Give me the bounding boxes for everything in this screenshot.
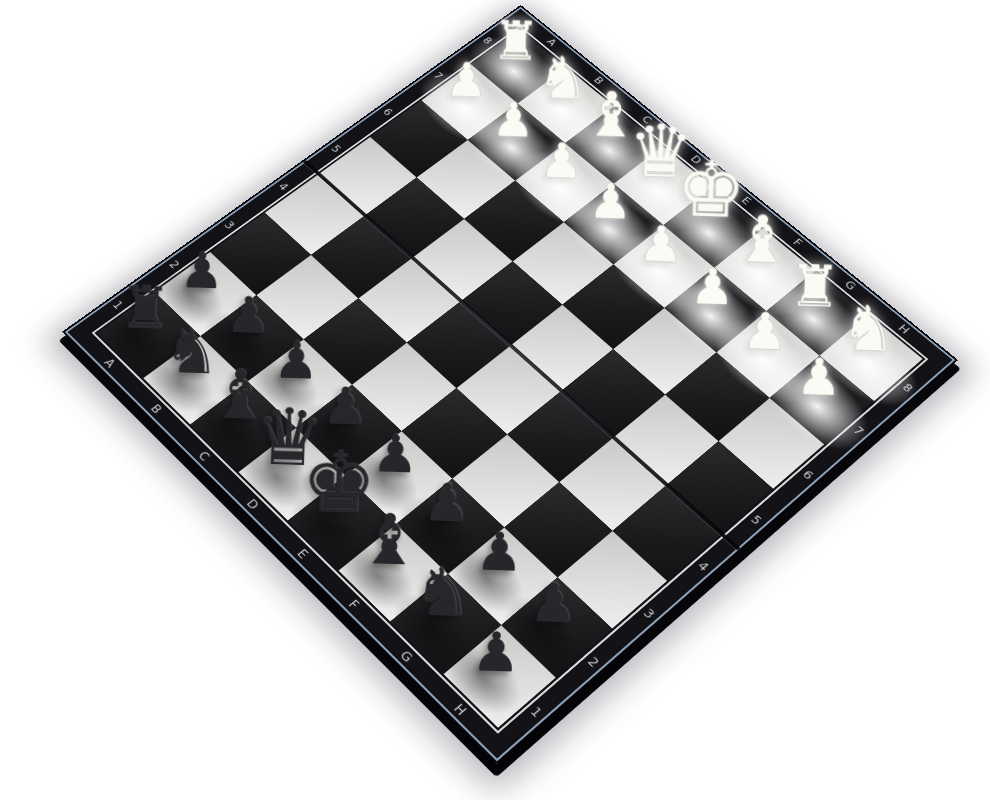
- black-pawn-h1[interactable]: ♟: [455, 615, 537, 681]
- white-pawn-h7[interactable]: ♟: [781, 343, 857, 404]
- chess-board-3d-wrapper: AABBCCDDEEFFGGHH8877665544332211 ♜♞♝♛♚♝♜…: [62, 5, 958, 764]
- photo-scene: AABBCCDDEEFFGGHH8877665544332211 ♜♞♝♛♚♝♜…: [0, 0, 990, 800]
- chess-board: AABBCCDDEEFFGGHH8877665544332211 ♜♞♝♛♚♝♜…: [62, 5, 958, 764]
